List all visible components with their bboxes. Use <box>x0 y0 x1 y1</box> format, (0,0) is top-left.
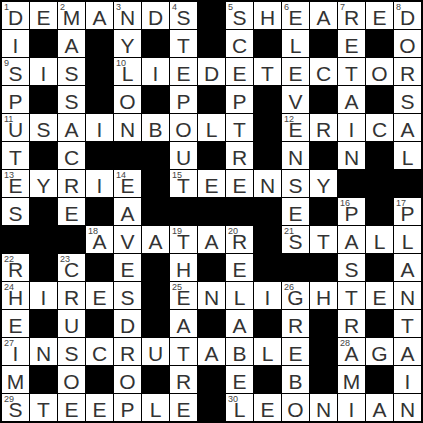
cell-letter: V <box>282 86 309 113</box>
cell-r4c10[interactable]: 12E <box>282 114 309 141</box>
cell-letter: P <box>2 86 29 113</box>
cell-r5c2[interactable]: C <box>58 142 85 169</box>
cell-r5c6[interactable]: U <box>170 142 197 169</box>
cell-letter: E <box>366 2 393 29</box>
cell-r11c8[interactable]: A <box>226 310 253 337</box>
cell-letter: S <box>338 254 365 281</box>
cell-r5c14[interactable]: L <box>394 142 421 169</box>
cell-letter: A <box>338 338 365 365</box>
cell-letter: U <box>142 338 169 365</box>
cell-letter: N <box>394 394 421 421</box>
cell-letter: E <box>254 394 281 421</box>
cell-letter: T <box>338 282 365 309</box>
cell-r8c10[interactable]: 21S <box>282 226 309 253</box>
cell-r10c6[interactable]: 25E <box>170 282 197 309</box>
cell-r14c10[interactable]: O <box>282 394 309 421</box>
cell-r3c14[interactable]: S <box>394 86 421 113</box>
cell-r0c10[interactable]: 6E <box>282 2 309 29</box>
cell-letter: N <box>254 170 281 197</box>
cell-r4c2[interactable]: A <box>58 114 85 141</box>
cell-r2c5[interactable]: I <box>142 58 169 85</box>
cell-r4c6[interactable]: O <box>170 114 197 141</box>
cell-letter: E <box>30 2 57 29</box>
block-cell-r3c9 <box>254 86 281 113</box>
cell-r14c13[interactable]: A <box>366 394 393 421</box>
cell-r2c12[interactable]: T <box>338 58 365 85</box>
cell-letter: N <box>114 114 141 141</box>
block-cell-r6c14 <box>394 170 421 197</box>
block-cell-r10c5 <box>142 282 169 309</box>
cell-letter: E <box>2 170 29 197</box>
cell-letter: L <box>366 226 393 253</box>
cell-r12c5[interactable]: U <box>142 338 169 365</box>
cell-r1c6[interactable]: T <box>170 30 197 57</box>
cell-r6c9[interactable]: N <box>254 170 281 197</box>
cell-r1c12[interactable]: E <box>338 30 365 57</box>
cell-r8c14[interactable]: L <box>394 226 421 253</box>
cell-r7c14[interactable]: 17P <box>394 198 421 225</box>
cell-r2c0[interactable]: 9S <box>2 58 29 85</box>
cell-r14c0[interactable]: 29S <box>2 394 29 421</box>
cell-r0c11[interactable]: A <box>310 2 337 29</box>
cell-r13c6[interactable]: R <box>170 366 197 393</box>
cell-letter: M <box>338 366 365 393</box>
cell-letter: A <box>310 2 337 29</box>
cell-letter: M <box>2 366 29 393</box>
cell-r10c8[interactable]: L <box>226 282 253 309</box>
cell-letter: S <box>394 86 421 113</box>
cell-r4c4[interactable]: N <box>114 114 141 141</box>
cell-r8c11[interactable]: T <box>310 226 337 253</box>
cell-r12c14[interactable]: A <box>394 338 421 365</box>
cell-r6c11[interactable]: Y <box>310 170 337 197</box>
cell-r7c10[interactable]: E <box>282 198 309 225</box>
cell-r12c13[interactable]: G <box>366 338 393 365</box>
cell-letter: C <box>366 114 393 141</box>
cell-letter: S <box>2 58 29 85</box>
cell-r8c7[interactable]: A <box>198 226 225 253</box>
cell-r2c9[interactable]: T <box>254 58 281 85</box>
cell-letter: S <box>282 226 309 253</box>
cell-letter: E <box>170 282 197 309</box>
cell-r10c9[interactable]: I <box>254 282 281 309</box>
cell-letter: P <box>394 198 421 225</box>
cell-r13c12[interactable]: M <box>338 366 365 393</box>
cell-r0c5[interactable]: D <box>142 2 169 29</box>
cell-r6c2[interactable]: R <box>58 170 85 197</box>
cell-letter: P <box>338 198 365 225</box>
block-cell-r9c5 <box>142 254 169 281</box>
block-cell-r11c13 <box>366 310 393 337</box>
cell-r14c1[interactable]: T <box>30 394 57 421</box>
cell-r0c1[interactable]: E <box>30 2 57 29</box>
cell-letter: R <box>226 142 253 169</box>
cell-r8c3[interactable]: 18A <box>86 226 113 253</box>
cell-letter: R <box>338 310 365 337</box>
block-cell-r3c13 <box>366 86 393 113</box>
cell-r9c14[interactable]: A <box>394 254 421 281</box>
cell-letter: R <box>58 282 85 309</box>
cell-letter: R <box>226 226 253 253</box>
cell-r3c12[interactable]: A <box>338 86 365 113</box>
cell-letter: L <box>198 114 225 141</box>
cell-r12c8[interactable]: B <box>226 338 253 365</box>
cell-r11c6[interactable]: A <box>170 310 197 337</box>
cell-r13c2[interactable]: O <box>58 366 85 393</box>
block-cell-r13c5 <box>142 366 169 393</box>
block-cell-r7c7 <box>198 198 225 225</box>
cell-letter: O <box>282 394 309 421</box>
cell-r8c12[interactable]: A <box>338 226 365 253</box>
cell-r0c0[interactable]: 1D <box>2 2 29 29</box>
cell-letter: E <box>226 366 253 393</box>
cell-letter: E <box>226 254 253 281</box>
block-cell-r3c3 <box>86 86 113 113</box>
cell-r3c0[interactable]: P <box>2 86 29 113</box>
cell-r0c14[interactable]: 8D <box>394 2 421 29</box>
cell-r1c8[interactable]: C <box>226 30 253 57</box>
cell-letter: L <box>282 30 309 57</box>
cell-r4c1[interactable]: S <box>30 114 57 141</box>
cell-r1c0[interactable]: I <box>2 30 29 57</box>
cell-r11c10[interactable]: R <box>282 310 309 337</box>
cell-letter: S <box>226 2 253 29</box>
cell-r10c1[interactable]: I <box>30 282 57 309</box>
block-cell-r11c11 <box>310 310 337 337</box>
block-cell-r5c13 <box>366 142 393 169</box>
cell-r4c14[interactable]: A <box>394 114 421 141</box>
block-cell-r1c5 <box>142 30 169 57</box>
cell-r7c4[interactable]: A <box>114 198 141 225</box>
cell-letter: N <box>282 142 309 169</box>
cell-r2c7[interactable]: D <box>198 58 225 85</box>
cell-r14c2[interactable]: E <box>58 394 85 421</box>
block-cell-r7c1 <box>30 198 57 225</box>
cell-r13c4[interactable]: O <box>114 366 141 393</box>
cell-r10c11[interactable]: H <box>310 282 337 309</box>
block-cell-r12c11 <box>310 338 337 365</box>
block-cell-r7c3 <box>86 198 113 225</box>
block-cell-r7c5 <box>142 198 169 225</box>
cell-r0c4[interactable]: 3N <box>114 2 141 29</box>
cell-r10c10[interactable]: 26G <box>282 282 309 309</box>
cell-r2c11[interactable]: C <box>310 58 337 85</box>
cell-letter: A <box>86 2 113 29</box>
block-cell-r13c13 <box>366 366 393 393</box>
cell-letter: C <box>310 58 337 85</box>
block-cell-r1c3 <box>86 30 113 57</box>
block-cell-r1c9 <box>254 30 281 57</box>
cell-r10c13[interactable]: E <box>366 282 393 309</box>
block-cell-r2c3 <box>86 58 113 85</box>
cell-letter: I <box>30 58 57 85</box>
cell-r14c11[interactable]: N <box>310 394 337 421</box>
cell-letter: O <box>114 86 141 113</box>
cell-r12c9[interactable]: L <box>254 338 281 365</box>
block-cell-r11c7 <box>198 310 225 337</box>
cell-letter: E <box>282 58 309 85</box>
cell-r12c1[interactable]: N <box>30 338 57 365</box>
block-cell-r8c2 <box>58 226 85 253</box>
block-cell-r11c3 <box>86 310 113 337</box>
cell-r13c0[interactable]: M <box>2 366 29 393</box>
cell-letter: S <box>58 338 85 365</box>
cell-r11c12[interactable]: R <box>338 310 365 337</box>
cell-r0c13[interactable]: E <box>366 2 393 29</box>
block-cell-r11c5 <box>142 310 169 337</box>
cell-r0c12[interactable]: 7R <box>338 2 365 29</box>
cell-r3c2[interactable]: S <box>58 86 85 113</box>
cell-r11c4[interactable]: D <box>114 310 141 337</box>
cell-letter: A <box>394 114 421 141</box>
cell-letter: L <box>142 394 169 421</box>
cell-letter: O <box>58 366 85 393</box>
cell-r6c0[interactable]: 13E <box>2 170 29 197</box>
cell-letter: H <box>2 282 29 309</box>
cell-r14c12[interactable]: I <box>338 394 365 421</box>
cell-letter: L <box>226 394 253 421</box>
cell-letter: Y <box>30 170 57 197</box>
cell-r2c8[interactable]: E <box>226 58 253 85</box>
cell-letter: H <box>254 2 281 29</box>
cell-r1c10[interactable]: L <box>282 30 309 57</box>
cell-letter: S <box>282 170 309 197</box>
cell-letter: T <box>170 338 197 365</box>
cell-letter: R <box>282 310 309 337</box>
cell-r14c5[interactable]: L <box>142 394 169 421</box>
cell-r12c12[interactable]: 28A <box>338 338 365 365</box>
cell-letter: E <box>282 198 309 225</box>
cell-letter: C <box>58 142 85 169</box>
cell-letter: P <box>226 86 253 113</box>
cell-r0c2[interactable]: 2M <box>58 2 85 29</box>
cell-r4c13[interactable]: C <box>366 114 393 141</box>
cell-letter: E <box>170 394 197 421</box>
cell-letter: E <box>226 170 253 197</box>
block-cell-r6c5 <box>142 170 169 197</box>
cell-r12c0[interactable]: 27I <box>2 338 29 365</box>
cell-letter: E <box>86 394 113 421</box>
cell-r6c10[interactable]: S <box>282 170 309 197</box>
cell-r0c6[interactable]: 4S <box>170 2 197 29</box>
cell-r10c7[interactable]: N <box>198 282 225 309</box>
cell-letter: U <box>170 142 197 169</box>
cell-r0c3[interactable]: A <box>86 2 113 29</box>
cell-r14c9[interactable]: E <box>254 394 281 421</box>
cell-letter: E <box>114 170 141 197</box>
cell-r9c4[interactable]: E <box>114 254 141 281</box>
cell-letter: O <box>394 30 421 57</box>
cell-r4c8[interactable]: T <box>226 114 253 141</box>
cell-r0c9[interactable]: H <box>254 2 281 29</box>
cell-letter: O <box>114 366 141 393</box>
cell-letter: A <box>114 198 141 225</box>
cell-letter: I <box>142 58 169 85</box>
cell-r12c4[interactable]: R <box>114 338 141 365</box>
cell-letter: I <box>254 282 281 309</box>
cell-r5c10[interactable]: N <box>282 142 309 169</box>
cell-r10c4[interactable]: S <box>114 282 141 309</box>
block-cell-r6c13 <box>366 170 393 197</box>
cell-r13c8[interactable]: E <box>226 366 253 393</box>
cell-r6c7[interactable]: E <box>198 170 225 197</box>
block-cell-r7c9 <box>254 198 281 225</box>
cell-letter: U <box>58 310 85 337</box>
block-cell-r4c9 <box>254 114 281 141</box>
block-cell-r5c4 <box>114 142 141 169</box>
cell-letter: L <box>226 282 253 309</box>
cell-r6c8[interactable]: E <box>226 170 253 197</box>
crossword-board: 1DE2MA3ND4S5SH6EA7RE8DIAYTCLEO9SIS10LIED… <box>0 0 423 423</box>
cell-letter: S <box>58 58 85 85</box>
block-cell-r0c7 <box>198 2 225 29</box>
block-cell-r9c11 <box>310 254 337 281</box>
cell-letter: D <box>394 2 421 29</box>
cell-r10c14[interactable]: N <box>394 282 421 309</box>
cell-letter: N <box>394 282 421 309</box>
cell-r7c0[interactable]: S <box>2 198 29 225</box>
cell-letter: S <box>58 86 85 113</box>
cell-r12c7[interactable]: A <box>198 338 225 365</box>
cell-r3c6[interactable]: P <box>170 86 197 113</box>
cell-r12c3[interactable]: C <box>86 338 113 365</box>
block-cell-r5c11 <box>310 142 337 169</box>
cell-r9c12[interactable]: S <box>338 254 365 281</box>
block-cell-r3c7 <box>198 86 225 113</box>
cell-letter: H <box>310 282 337 309</box>
cell-letter: N <box>310 394 337 421</box>
cell-r3c4[interactable]: O <box>114 86 141 113</box>
cell-letter: I <box>338 394 365 421</box>
cell-r1c14[interactable]: O <box>394 30 421 57</box>
cell-r5c12[interactable]: N <box>338 142 365 169</box>
block-cell-r14c7 <box>198 394 225 421</box>
cell-r2c6[interactable]: E <box>170 58 197 85</box>
cell-letter: A <box>366 394 393 421</box>
cell-r10c12[interactable]: T <box>338 282 365 309</box>
cell-r3c8[interactable]: P <box>226 86 253 113</box>
cell-letter: I <box>30 282 57 309</box>
cell-r9c0[interactable]: 22R <box>2 254 29 281</box>
cell-r12c10[interactable]: E <box>282 338 309 365</box>
cell-r14c8[interactable]: 30L <box>226 394 253 421</box>
cell-r2c13[interactable]: O <box>366 58 393 85</box>
cell-r6c4[interactable]: 14E <box>114 170 141 197</box>
cell-letter: A <box>338 226 365 253</box>
cell-letter: I <box>394 366 421 393</box>
cell-r6c6[interactable]: 15T <box>170 170 197 197</box>
cell-r4c5[interactable]: B <box>142 114 169 141</box>
block-cell-r7c11 <box>310 198 337 225</box>
cell-r2c14[interactable]: R <box>394 58 421 85</box>
cell-r1c2[interactable]: A <box>58 30 85 57</box>
block-cell-r9c3 <box>86 254 113 281</box>
cell-r2c4[interactable]: 10L <box>114 58 141 85</box>
cell-letter: D <box>2 2 29 29</box>
cell-r1c4[interactable]: Y <box>114 30 141 57</box>
cell-r14c3[interactable]: E <box>86 394 113 421</box>
cell-r13c14[interactable]: I <box>394 366 421 393</box>
block-cell-r1c7 <box>198 30 225 57</box>
cell-r2c1[interactable]: I <box>30 58 57 85</box>
cell-r4c0[interactable]: 11U <box>2 114 29 141</box>
cell-r8c5[interactable]: A <box>142 226 169 253</box>
cell-r6c3[interactable]: I <box>86 170 113 197</box>
cell-r10c0[interactable]: 24H <box>2 282 29 309</box>
cell-r14c6[interactable]: E <box>170 394 197 421</box>
cell-r8c6[interactable]: 19T <box>170 226 197 253</box>
cell-letter: T <box>170 30 197 57</box>
cell-r4c11[interactable]: R <box>310 114 337 141</box>
cell-letter: U <box>2 114 29 141</box>
cell-letter: T <box>170 170 197 197</box>
cell-letter: G <box>282 282 309 309</box>
cell-letter: V <box>114 226 141 253</box>
cell-letter: E <box>338 30 365 57</box>
cell-r5c8[interactable]: R <box>226 142 253 169</box>
cell-r7c12[interactable]: 16P <box>338 198 365 225</box>
block-cell-r13c1 <box>30 366 57 393</box>
cell-r9c8[interactable]: E <box>226 254 253 281</box>
cell-r12c6[interactable]: T <box>170 338 197 365</box>
cell-letter: R <box>338 2 365 29</box>
cell-r8c8[interactable]: 20R <box>226 226 253 253</box>
cell-letter: A <box>58 114 85 141</box>
cell-letter: T <box>170 226 197 253</box>
cell-r10c3[interactable]: E <box>86 282 113 309</box>
cell-r2c2[interactable]: S <box>58 58 85 85</box>
cell-r6c1[interactable]: Y <box>30 170 57 197</box>
cell-r4c3[interactable]: I <box>86 114 113 141</box>
block-cell-r6c12 <box>338 170 365 197</box>
cell-r7c2[interactable]: E <box>58 198 85 225</box>
cell-r11c2[interactable]: U <box>58 310 85 337</box>
cell-letter: E <box>282 2 309 29</box>
cell-r14c4[interactable]: P <box>114 394 141 421</box>
cell-r3c10[interactable]: V <box>282 86 309 113</box>
cell-r2c10[interactable]: E <box>282 58 309 85</box>
cell-letter: A <box>226 310 253 337</box>
cell-r8c13[interactable]: L <box>366 226 393 253</box>
cell-letter: S <box>2 198 29 225</box>
cell-r13c10[interactable]: B <box>282 366 309 393</box>
cell-r10c2[interactable]: R <box>58 282 85 309</box>
cell-letter: A <box>142 226 169 253</box>
cell-r11c0[interactable]: E <box>2 310 29 337</box>
cell-letter: S <box>2 394 29 421</box>
cell-r9c2[interactable]: 23C <box>58 254 85 281</box>
cell-r4c12[interactable]: I <box>338 114 365 141</box>
cell-letter: R <box>114 338 141 365</box>
cell-letter: A <box>58 30 85 57</box>
block-cell-r13c11 <box>310 366 337 393</box>
cell-letter: E <box>366 282 393 309</box>
cell-r8c4[interactable]: V <box>114 226 141 253</box>
cell-r5c0[interactable]: T <box>2 142 29 169</box>
cell-r14c14[interactable]: N <box>394 394 421 421</box>
cell-r0c8[interactable]: 5S <box>226 2 253 29</box>
block-cell-r7c13 <box>366 198 393 225</box>
cell-letter: A <box>338 86 365 113</box>
cell-letter: I <box>2 338 29 365</box>
cell-letter: B <box>282 366 309 393</box>
cell-r12c2[interactable]: S <box>58 338 85 365</box>
cell-r4c7[interactable]: L <box>198 114 225 141</box>
block-cell-r11c9 <box>254 310 281 337</box>
cell-r11c14[interactable]: T <box>394 310 421 337</box>
cell-r9c6[interactable]: H <box>170 254 197 281</box>
cell-letter: E <box>226 58 253 85</box>
